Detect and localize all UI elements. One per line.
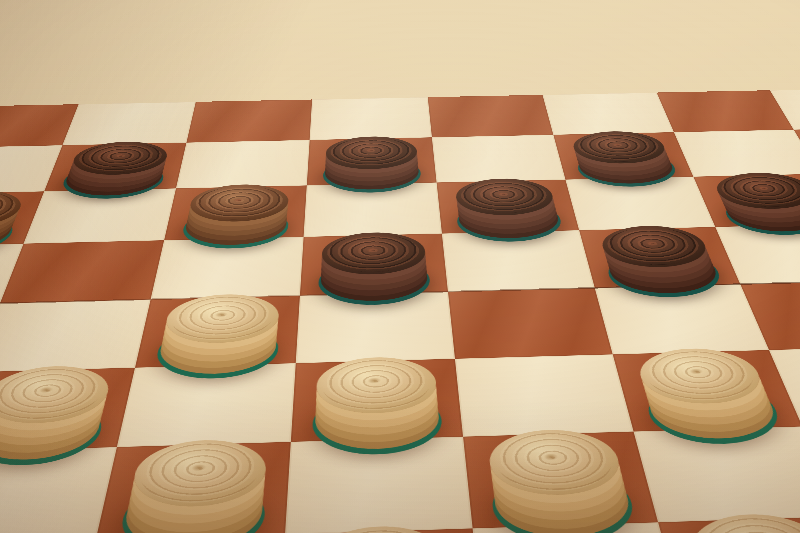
square-r5c6[interactable] [595,284,769,354]
square-r7c4[interactable] [285,437,473,533]
checker-piece-light[interactable]: ⛀ [128,438,268,508]
square-r2c5[interactable] [432,135,566,183]
square-r1c6[interactable] [543,93,674,135]
checker-piece-light[interactable]: ⛀ [161,293,280,344]
square-r4c3[interactable] [151,237,304,300]
square-r7c6[interactable] [634,426,800,522]
square-r4c4[interactable]: ⛂ [300,234,448,296]
square-r2c3[interactable] [176,140,310,188]
checker-piece-light[interactable]: ⛀ [633,347,769,405]
square-r5c2[interactable] [0,299,151,372]
checker-piece-dark[interactable]: ⛂ [325,136,418,170]
checker-piece-light[interactable]: ⛀ [315,356,438,415]
square-r5c5[interactable] [448,288,613,359]
checker-piece-dark[interactable]: ⛂ [186,183,289,222]
square-r2c7[interactable] [674,130,800,177]
square-r4c5[interactable] [442,230,595,292]
checker-piece-dark[interactable]: ⛂ [68,141,171,176]
square-r2c6[interactable]: ⛂ [553,132,693,179]
square-r7c5[interactable]: ⛀ [463,432,658,529]
square-r2c4[interactable]: ⛂ [307,137,437,185]
square-r3c2[interactable] [24,188,176,243]
square-r3c6[interactable] [565,177,715,231]
square-r4c6[interactable]: ⛂ [579,227,740,288]
square-r4c2[interactable] [0,240,164,303]
square-r3c3[interactable]: ⛂ [164,185,307,240]
square-r6c4[interactable]: ⛀ [291,359,463,442]
square-r1c3[interactable] [186,99,312,142]
square-r5c3[interactable]: ⛀ [135,296,300,368]
square-r1c2[interactable] [62,102,195,145]
square-r3c4[interactable] [304,183,442,237]
square-r6c2[interactable]: ⛀ [0,368,135,453]
checker-piece-dark[interactable]: ⛂ [597,225,713,269]
checkers-photo-scene: ⛂⛂⛂⛂⛂⛂⛂⛂⛂⛀⛀⛀⛀⛀⛀⛀⛀⛀ [0,0,800,533]
square-r5c4[interactable] [296,292,455,363]
checker-piece-dark[interactable]: ⛂ [709,172,800,210]
square-r6c6[interactable]: ⛀ [613,350,800,432]
square-r1c5[interactable] [428,95,554,138]
checker-piece-dark[interactable]: ⛂ [321,231,427,275]
checker-piece-dark[interactable]: ⛂ [454,178,557,217]
checker-piece-dark[interactable]: ⛂ [0,189,27,229]
square-r1c4[interactable] [310,97,432,140]
square-r6c5[interactable] [455,354,634,436]
checkers-board: ⛂⛂⛂⛂⛂⛂⛂⛂⛂⛀⛀⛀⛀⛀⛀⛀⛀⛀ [0,88,800,533]
square-r7c3[interactable]: ⛀ [95,442,290,533]
checker-piece-light[interactable]: ⛀ [485,428,625,497]
square-r2c2[interactable]: ⛂ [44,143,186,192]
checker-piece-light[interactable]: ⛀ [0,365,114,425]
square-r6c3[interactable] [117,363,296,447]
square-r3c5[interactable]: ⛂ [437,180,580,234]
checker-piece-dark[interactable]: ⛂ [569,130,670,164]
